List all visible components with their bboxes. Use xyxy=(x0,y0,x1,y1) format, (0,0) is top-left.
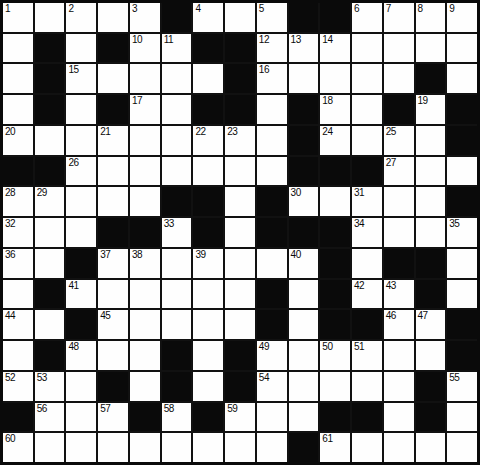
letter-cell[interactable] xyxy=(257,249,287,278)
letter-cell[interactable] xyxy=(447,249,477,278)
clue-number: 42 xyxy=(354,280,364,292)
clue-number: 46 xyxy=(386,310,396,322)
block-cell xyxy=(225,34,255,63)
letter-cell[interactable]: 22 xyxy=(193,126,223,155)
letter-cell[interactable] xyxy=(3,64,33,93)
block-cell xyxy=(320,249,350,278)
block-cell xyxy=(225,95,255,124)
letter-cell[interactable] xyxy=(225,157,255,186)
letter-cell[interactable] xyxy=(98,280,128,309)
letter-cell[interactable]: 29 xyxy=(35,187,65,216)
block-cell xyxy=(352,310,382,339)
letter-cell[interactable]: 52 xyxy=(3,372,33,401)
letter-cell[interactable]: 10 xyxy=(130,34,160,63)
letter-cell[interactable]: 4 xyxy=(193,3,223,32)
clue-number: 18 xyxy=(322,95,332,107)
letter-cell[interactable] xyxy=(193,310,223,339)
block-cell xyxy=(257,218,287,247)
letter-cell[interactable]: 13 xyxy=(289,34,319,63)
letter-cell[interactable]: 5 xyxy=(257,3,287,32)
clue-number: 19 xyxy=(418,95,428,107)
letter-cell[interactable] xyxy=(162,249,192,278)
block-cell xyxy=(257,310,287,339)
clue-number: 2 xyxy=(68,3,73,15)
block-cell xyxy=(130,218,160,247)
block-cell xyxy=(35,34,65,63)
letter-cell[interactable] xyxy=(98,433,128,462)
clue-number: 35 xyxy=(449,218,459,230)
clue-number: 57 xyxy=(100,403,110,415)
letter-cell[interactable]: 2 xyxy=(66,3,96,32)
clue-number: 43 xyxy=(386,280,396,292)
letter-cell[interactable]: 30 xyxy=(289,187,319,216)
clue-number: 33 xyxy=(164,218,174,230)
clue-number: 23 xyxy=(227,126,237,138)
clue-number: 1 xyxy=(5,3,10,15)
letter-cell[interactable] xyxy=(384,187,414,216)
letter-cell[interactable] xyxy=(384,372,414,401)
clue-number: 38 xyxy=(132,249,142,261)
clue-number: 4 xyxy=(195,3,200,15)
block-cell xyxy=(193,218,223,247)
letter-cell[interactable] xyxy=(66,187,96,216)
letter-cell[interactable]: 6 xyxy=(352,3,382,32)
letter-cell[interactable]: 61 xyxy=(320,433,350,462)
letter-cell[interactable] xyxy=(193,372,223,401)
letter-cell[interactable] xyxy=(130,433,160,462)
letter-cell[interactable]: 40 xyxy=(289,249,319,278)
letter-cell[interactable] xyxy=(447,280,477,309)
letter-cell[interactable]: 38 xyxy=(130,249,160,278)
letter-cell[interactable]: 20 xyxy=(3,126,33,155)
letter-cell[interactable] xyxy=(162,64,192,93)
letter-cell[interactable]: 18 xyxy=(320,95,350,124)
letter-cell[interactable]: 28 xyxy=(3,187,33,216)
letter-cell[interactable]: 57 xyxy=(98,403,128,432)
clue-number: 28 xyxy=(5,187,15,199)
letter-cell[interactable] xyxy=(225,280,255,309)
letter-cell[interactable] xyxy=(193,157,223,186)
block-cell xyxy=(193,403,223,432)
clue-number: 45 xyxy=(100,310,110,322)
letter-cell[interactable]: 26 xyxy=(66,157,96,186)
letter-cell[interactable]: 36 xyxy=(3,249,33,278)
clue-number: 32 xyxy=(5,218,15,230)
letter-cell[interactable]: 42 xyxy=(352,280,382,309)
letter-cell[interactable] xyxy=(35,3,65,32)
letter-cell[interactable] xyxy=(257,126,287,155)
letter-cell[interactable] xyxy=(66,34,96,63)
block-cell xyxy=(447,187,477,216)
block-cell xyxy=(416,280,446,309)
letter-cell[interactable]: 21 xyxy=(98,126,128,155)
clue-number: 36 xyxy=(5,249,15,261)
block-cell xyxy=(162,187,192,216)
letter-cell[interactable] xyxy=(225,249,255,278)
letter-cell[interactable] xyxy=(416,126,446,155)
block-cell xyxy=(289,218,319,247)
letter-cell[interactable]: 31 xyxy=(352,187,382,216)
letter-cell[interactable] xyxy=(320,64,350,93)
clue-number: 53 xyxy=(37,372,47,384)
letter-cell[interactable]: 32 xyxy=(3,218,33,247)
letter-cell[interactable]: 51 xyxy=(352,341,382,370)
letter-cell[interactable] xyxy=(225,310,255,339)
letter-cell[interactable] xyxy=(35,218,65,247)
letter-cell[interactable] xyxy=(193,341,223,370)
block-cell xyxy=(352,157,382,186)
letter-cell[interactable]: 15 xyxy=(66,64,96,93)
clue-number: 39 xyxy=(195,249,205,261)
clue-number: 61 xyxy=(322,433,332,445)
clue-number: 52 xyxy=(5,372,15,384)
clue-number: 49 xyxy=(259,341,269,353)
clue-number: 60 xyxy=(5,433,15,445)
letter-cell[interactable] xyxy=(384,64,414,93)
letter-cell[interactable] xyxy=(289,310,319,339)
letter-cell[interactable] xyxy=(35,310,65,339)
crossword-grid: 1234567891011121314151617181920212223242… xyxy=(0,0,480,465)
letter-cell[interactable] xyxy=(352,249,382,278)
clue-number: 15 xyxy=(68,64,78,76)
block-cell xyxy=(320,310,350,339)
letter-cell[interactable]: 45 xyxy=(98,310,128,339)
block-cell xyxy=(447,95,477,124)
letter-cell[interactable] xyxy=(130,64,160,93)
clue-number: 37 xyxy=(100,249,110,261)
clue-number: 3 xyxy=(132,3,137,15)
clue-number: 55 xyxy=(449,372,459,384)
letter-cell[interactable] xyxy=(130,372,160,401)
letter-cell[interactable] xyxy=(384,403,414,432)
letter-cell[interactable] xyxy=(320,372,350,401)
letter-cell[interactable]: 54 xyxy=(257,372,287,401)
clue-number: 34 xyxy=(354,218,364,230)
letter-cell[interactable] xyxy=(416,341,446,370)
letter-cell[interactable] xyxy=(257,403,287,432)
clue-number: 10 xyxy=(132,34,142,46)
letter-cell[interactable]: 58 xyxy=(162,403,192,432)
block-cell xyxy=(98,95,128,124)
clue-number: 7 xyxy=(386,3,391,15)
clue-number: 20 xyxy=(5,126,15,138)
block-cell xyxy=(98,34,128,63)
block-cell xyxy=(289,3,319,32)
clue-number: 31 xyxy=(354,187,364,199)
clue-number: 47 xyxy=(418,310,428,322)
letter-cell[interactable]: 43 xyxy=(384,280,414,309)
letter-cell[interactable] xyxy=(193,433,223,462)
letter-cell[interactable] xyxy=(98,187,128,216)
letter-cell[interactable]: 25 xyxy=(384,126,414,155)
clue-number: 50 xyxy=(322,341,332,353)
letter-cell[interactable] xyxy=(225,433,255,462)
letter-cell[interactable] xyxy=(416,218,446,247)
block-cell xyxy=(289,126,319,155)
clue-number: 12 xyxy=(259,34,269,46)
block-cell xyxy=(130,403,160,432)
clue-number: 9 xyxy=(449,3,454,15)
letter-cell[interactable]: 50 xyxy=(320,341,350,370)
block-cell xyxy=(416,64,446,93)
letter-cell[interactable] xyxy=(289,372,319,401)
block-cell xyxy=(447,126,477,155)
block-cell xyxy=(416,249,446,278)
letter-cell[interactable] xyxy=(66,372,96,401)
letter-cell[interactable] xyxy=(384,341,414,370)
letter-cell[interactable]: 16 xyxy=(257,64,287,93)
letter-cell[interactable] xyxy=(352,433,382,462)
clue-number: 40 xyxy=(291,249,301,261)
letter-cell[interactable]: 44 xyxy=(3,310,33,339)
letter-cell[interactable]: 14 xyxy=(320,34,350,63)
clue-number: 29 xyxy=(37,187,47,199)
block-cell xyxy=(35,64,65,93)
letter-cell[interactable] xyxy=(98,64,128,93)
letter-cell[interactable]: 12 xyxy=(257,34,287,63)
block-cell xyxy=(416,403,446,432)
letter-cell[interactable]: 49 xyxy=(257,341,287,370)
letter-cell[interactable] xyxy=(3,95,33,124)
block-cell xyxy=(225,372,255,401)
letter-cell[interactable] xyxy=(352,126,382,155)
block-cell xyxy=(193,34,223,63)
block-cell xyxy=(289,157,319,186)
letter-cell[interactable] xyxy=(3,280,33,309)
letter-cell[interactable] xyxy=(384,433,414,462)
block-cell xyxy=(162,372,192,401)
block-cell xyxy=(384,95,414,124)
block-cell xyxy=(162,341,192,370)
letter-cell[interactable] xyxy=(66,218,96,247)
letter-cell[interactable]: 56 xyxy=(35,403,65,432)
letter-cell[interactable]: 53 xyxy=(35,372,65,401)
letter-cell[interactable] xyxy=(162,126,192,155)
letter-cell[interactable] xyxy=(447,403,477,432)
letter-cell[interactable]: 41 xyxy=(66,280,96,309)
letter-cell[interactable] xyxy=(416,34,446,63)
letter-cell[interactable] xyxy=(352,64,382,93)
letter-cell[interactable]: 8 xyxy=(416,3,446,32)
letter-cell[interactable]: 37 xyxy=(98,249,128,278)
block-cell xyxy=(320,157,350,186)
letter-cell[interactable] xyxy=(66,126,96,155)
letter-cell[interactable]: 23 xyxy=(225,126,255,155)
block-cell xyxy=(320,218,350,247)
letter-cell[interactable] xyxy=(98,341,128,370)
block-cell xyxy=(416,372,446,401)
letter-cell[interactable] xyxy=(352,372,382,401)
letter-cell[interactable] xyxy=(416,187,446,216)
letter-cell[interactable] xyxy=(66,95,96,124)
clue-number: 56 xyxy=(37,403,47,415)
clue-number: 8 xyxy=(418,3,423,15)
clue-number: 13 xyxy=(291,34,301,46)
block-cell xyxy=(447,310,477,339)
letter-cell[interactable]: 39 xyxy=(193,249,223,278)
block-cell xyxy=(257,280,287,309)
letter-cell[interactable] xyxy=(384,34,414,63)
letter-cell[interactable] xyxy=(162,310,192,339)
block-cell xyxy=(35,157,65,186)
block-cell xyxy=(257,187,287,216)
letter-cell[interactable] xyxy=(130,157,160,186)
block-cell xyxy=(3,403,33,432)
letter-cell[interactable] xyxy=(225,3,255,32)
crossword-board: 1234567891011121314151617181920212223242… xyxy=(0,0,480,465)
letter-cell[interactable] xyxy=(3,34,33,63)
clue-number: 59 xyxy=(227,403,237,415)
clue-number: 25 xyxy=(386,126,396,138)
letter-cell[interactable] xyxy=(98,157,128,186)
letter-cell[interactable]: 1 xyxy=(3,3,33,32)
letter-cell[interactable]: 24 xyxy=(320,126,350,155)
letter-cell[interactable] xyxy=(416,433,446,462)
block-cell xyxy=(98,218,128,247)
letter-cell[interactable] xyxy=(193,280,223,309)
clue-number: 26 xyxy=(68,157,78,169)
letter-cell[interactable] xyxy=(130,126,160,155)
letter-cell[interactable] xyxy=(35,249,65,278)
letter-cell[interactable] xyxy=(447,157,477,186)
block-cell xyxy=(66,249,96,278)
letter-cell[interactable] xyxy=(289,341,319,370)
letter-cell[interactable] xyxy=(416,157,446,186)
letter-cell[interactable] xyxy=(130,280,160,309)
clue-number: 41 xyxy=(68,280,78,292)
clue-number: 51 xyxy=(354,341,364,353)
letter-cell[interactable]: 60 xyxy=(3,433,33,462)
block-cell xyxy=(225,64,255,93)
letter-cell[interactable]: 48 xyxy=(66,341,96,370)
letter-cell[interactable] xyxy=(447,433,477,462)
clue-number: 30 xyxy=(291,187,301,199)
letter-cell[interactable] xyxy=(162,433,192,462)
clue-number: 14 xyxy=(322,34,332,46)
letter-cell[interactable] xyxy=(225,187,255,216)
letter-cell[interactable] xyxy=(66,403,96,432)
block-cell xyxy=(3,157,33,186)
block-cell xyxy=(162,3,192,32)
letter-cell[interactable] xyxy=(384,218,414,247)
clue-number: 11 xyxy=(164,34,173,46)
block-cell xyxy=(35,280,65,309)
letter-cell[interactable]: 17 xyxy=(130,95,160,124)
letter-cell[interactable]: 27 xyxy=(384,157,414,186)
letter-cell[interactable] xyxy=(257,433,287,462)
letter-cell[interactable]: 55 xyxy=(447,372,477,401)
block-cell xyxy=(193,95,223,124)
letter-cell[interactable]: 47 xyxy=(416,310,446,339)
letter-cell[interactable]: 3 xyxy=(130,3,160,32)
letter-cell[interactable] xyxy=(35,433,65,462)
letter-cell[interactable] xyxy=(130,341,160,370)
letter-cell[interactable] xyxy=(352,34,382,63)
letter-cell[interactable] xyxy=(35,126,65,155)
block-cell xyxy=(225,341,255,370)
letter-cell[interactable] xyxy=(130,187,160,216)
letter-cell[interactable] xyxy=(98,3,128,32)
letter-cell[interactable] xyxy=(130,310,160,339)
clue-number: 44 xyxy=(5,310,15,322)
letter-cell[interactable] xyxy=(320,187,350,216)
clue-number: 58 xyxy=(164,403,174,415)
letter-cell[interactable] xyxy=(352,95,382,124)
clue-number: 48 xyxy=(68,341,78,353)
block-cell xyxy=(352,403,382,432)
letter-cell[interactable]: 11 xyxy=(162,34,192,63)
letter-cell[interactable]: 35 xyxy=(447,218,477,247)
clue-number: 27 xyxy=(386,157,396,169)
clue-number: 16 xyxy=(259,64,269,76)
letter-cell[interactable]: 9 xyxy=(447,3,477,32)
clue-number: 22 xyxy=(195,126,205,138)
clue-number: 5 xyxy=(259,3,264,15)
letter-cell[interactable]: 7 xyxy=(384,3,414,32)
letter-cell[interactable] xyxy=(257,157,287,186)
letter-cell[interactable]: 33 xyxy=(162,218,192,247)
block-cell xyxy=(320,280,350,309)
letter-cell[interactable] xyxy=(447,34,477,63)
block-cell xyxy=(35,341,65,370)
letter-cell[interactable]: 59 xyxy=(225,403,255,432)
letter-cell[interactable] xyxy=(447,64,477,93)
block-cell xyxy=(98,372,128,401)
clue-number: 24 xyxy=(322,126,332,138)
block-cell xyxy=(384,249,414,278)
letter-cell[interactable] xyxy=(289,403,319,432)
clue-number: 6 xyxy=(354,3,359,15)
clue-number: 21 xyxy=(100,126,110,138)
block-cell xyxy=(66,310,96,339)
letter-cell[interactable] xyxy=(289,280,319,309)
letter-cell[interactable] xyxy=(225,218,255,247)
letter-cell[interactable] xyxy=(3,341,33,370)
letter-cell[interactable]: 46 xyxy=(384,310,414,339)
letter-cell[interactable] xyxy=(193,64,223,93)
clue-number: 54 xyxy=(259,372,269,384)
block-cell xyxy=(447,341,477,370)
letter-cell[interactable] xyxy=(257,95,287,124)
block-cell xyxy=(193,187,223,216)
block-cell xyxy=(289,95,319,124)
letter-cell[interactable]: 34 xyxy=(352,218,382,247)
letter-cell[interactable]: 19 xyxy=(416,95,446,124)
block-cell xyxy=(320,403,350,432)
block-cell xyxy=(35,95,65,124)
block-cell xyxy=(289,433,319,462)
letter-cell[interactable] xyxy=(162,280,192,309)
clue-number: 17 xyxy=(132,95,142,107)
letter-cell[interactable] xyxy=(162,157,192,186)
letter-cell[interactable] xyxy=(162,95,192,124)
letter-cell[interactable] xyxy=(66,433,96,462)
letter-cell[interactable] xyxy=(289,64,319,93)
block-cell xyxy=(320,3,350,32)
